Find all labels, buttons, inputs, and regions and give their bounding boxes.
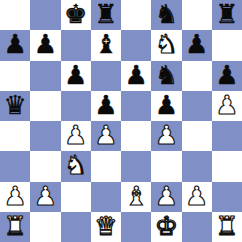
square-g2[interactable]: ♟	[182, 182, 212, 212]
square-h2[interactable]	[212, 182, 242, 212]
piece-black-rook[interactable]: ♜	[215, 0, 238, 29]
piece-black-knight[interactable]: ♞	[155, 61, 178, 90]
piece-white-king[interactable]: ♚	[155, 212, 178, 241]
chess-board: ♚♜♞♜♟♟♝♞♟♟♟♞♟♛♟♟♟♟♟♟♞♟♟♝♟♟♜♛♚♜	[0, 0, 242, 242]
square-g7[interactable]: ♟	[182, 30, 212, 60]
square-d6[interactable]	[91, 61, 121, 91]
square-d5[interactable]: ♟	[91, 91, 121, 121]
square-c7[interactable]	[61, 30, 91, 60]
square-e1[interactable]	[121, 212, 151, 242]
piece-black-bishop[interactable]: ♝	[94, 30, 117, 59]
square-a4[interactable]	[0, 121, 30, 151]
square-h8[interactable]: ♜	[212, 0, 242, 30]
piece-white-pawn[interactable]: ♟	[34, 182, 57, 211]
square-f1[interactable]: ♚	[151, 212, 181, 242]
square-c4[interactable]: ♟	[61, 121, 91, 151]
square-c1[interactable]	[61, 212, 91, 242]
piece-white-rook[interactable]: ♜	[215, 212, 238, 241]
square-e6[interactable]: ♟	[121, 61, 151, 91]
square-c3[interactable]: ♞	[61, 151, 91, 181]
square-f2[interactable]: ♟	[151, 182, 181, 212]
piece-black-pawn[interactable]: ♟	[94, 91, 117, 120]
square-e3[interactable]	[121, 151, 151, 181]
piece-white-knight[interactable]: ♞	[64, 151, 87, 180]
piece-white-pawn[interactable]: ♟	[215, 91, 238, 120]
square-g1[interactable]	[182, 212, 212, 242]
piece-black-pawn[interactable]: ♟	[3, 30, 26, 59]
square-f6[interactable]: ♞	[151, 61, 181, 91]
square-d2[interactable]	[91, 182, 121, 212]
piece-white-pawn[interactable]: ♟	[94, 121, 117, 150]
piece-white-pawn[interactable]: ♟	[3, 182, 26, 211]
piece-white-rook[interactable]: ♜	[3, 212, 26, 241]
square-h7[interactable]	[212, 30, 242, 60]
square-h3[interactable]	[212, 151, 242, 181]
piece-black-pawn[interactable]: ♟	[155, 91, 178, 120]
square-c5[interactable]	[61, 91, 91, 121]
square-g4[interactable]	[182, 121, 212, 151]
square-f8[interactable]: ♞	[151, 0, 181, 30]
square-b1[interactable]	[30, 212, 60, 242]
square-c6[interactable]: ♟	[61, 61, 91, 91]
square-a1[interactable]: ♜	[0, 212, 30, 242]
square-a3[interactable]	[0, 151, 30, 181]
piece-white-bishop[interactable]: ♝	[124, 182, 147, 211]
square-b7[interactable]: ♟	[30, 30, 60, 60]
square-b3[interactable]	[30, 151, 60, 181]
square-g3[interactable]	[182, 151, 212, 181]
square-d4[interactable]: ♟	[91, 121, 121, 151]
square-b2[interactable]: ♟	[30, 182, 60, 212]
piece-black-knight[interactable]: ♞	[155, 0, 178, 29]
square-g6[interactable]	[182, 61, 212, 91]
square-e2[interactable]: ♝	[121, 182, 151, 212]
square-f3[interactable]	[151, 151, 181, 181]
square-a7[interactable]: ♟	[0, 30, 30, 60]
piece-black-pawn[interactable]: ♟	[34, 30, 57, 59]
square-g5[interactable]	[182, 91, 212, 121]
square-d1[interactable]: ♛	[91, 212, 121, 242]
piece-white-pawn[interactable]: ♟	[64, 121, 87, 150]
square-h1[interactable]: ♜	[212, 212, 242, 242]
square-b5[interactable]	[30, 91, 60, 121]
square-d3[interactable]	[91, 151, 121, 181]
square-g8[interactable]	[182, 0, 212, 30]
square-f4[interactable]: ♟	[151, 121, 181, 151]
square-a6[interactable]	[0, 61, 30, 91]
square-e7[interactable]	[121, 30, 151, 60]
square-c2[interactable]	[61, 182, 91, 212]
piece-black-pawn[interactable]: ♟	[185, 30, 208, 59]
square-a8[interactable]	[0, 0, 30, 30]
square-f7[interactable]: ♞	[151, 30, 181, 60]
square-h5[interactable]: ♟	[212, 91, 242, 121]
piece-white-pawn[interactable]: ♟	[155, 182, 178, 211]
square-h4[interactable]	[212, 121, 242, 151]
square-h6[interactable]: ♟	[212, 61, 242, 91]
piece-black-pawn[interactable]: ♟	[124, 61, 147, 90]
square-d8[interactable]: ♜	[91, 0, 121, 30]
piece-black-pawn[interactable]: ♟	[215, 61, 238, 90]
square-e5[interactable]	[121, 91, 151, 121]
piece-black-rook[interactable]: ♜	[94, 0, 117, 29]
square-a2[interactable]: ♟	[0, 182, 30, 212]
square-b4[interactable]	[30, 121, 60, 151]
piece-black-queen[interactable]: ♛	[3, 91, 26, 120]
square-b8[interactable]	[30, 0, 60, 30]
piece-white-knight[interactable]: ♞	[155, 30, 178, 59]
square-a5[interactable]: ♛	[0, 91, 30, 121]
square-b6[interactable]	[30, 61, 60, 91]
piece-white-queen[interactable]: ♛	[94, 212, 117, 241]
piece-white-pawn[interactable]: ♟	[155, 121, 178, 150]
piece-black-king[interactable]: ♚	[64, 0, 87, 29]
square-f5[interactable]: ♟	[151, 91, 181, 121]
piece-white-pawn[interactable]: ♟	[185, 182, 208, 211]
piece-black-pawn[interactable]: ♟	[64, 61, 87, 90]
square-e4[interactable]	[121, 121, 151, 151]
square-e8[interactable]	[121, 0, 151, 30]
square-c8[interactable]: ♚	[61, 0, 91, 30]
square-d7[interactable]: ♝	[91, 30, 121, 60]
